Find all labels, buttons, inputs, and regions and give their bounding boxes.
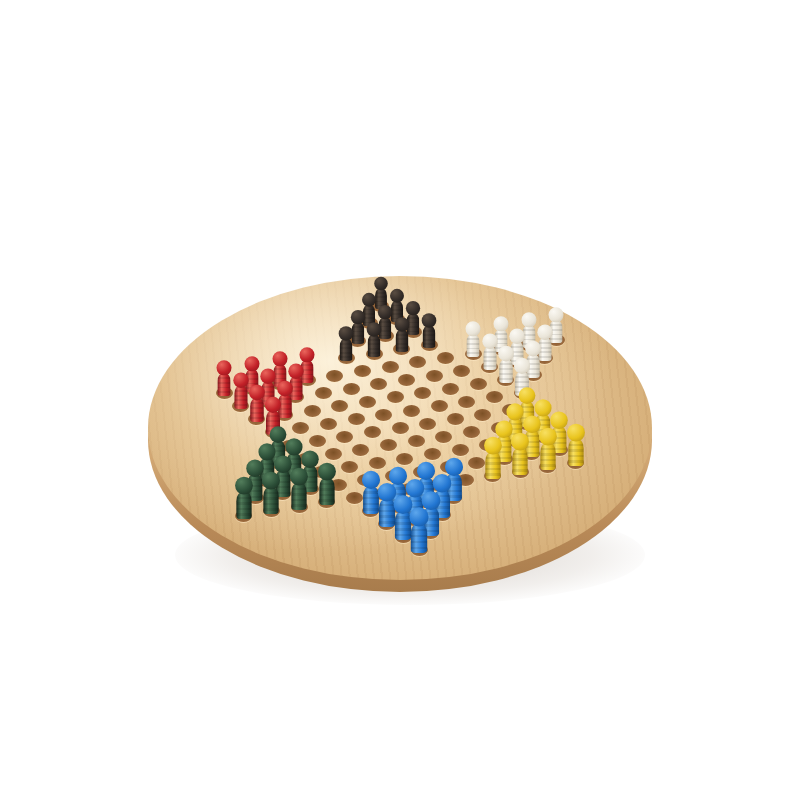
- board-hole[interactable]: [352, 444, 369, 456]
- peg-black[interactable]: [337, 326, 355, 361]
- board-hole[interactable]: [348, 413, 365, 425]
- peg-head: [217, 360, 232, 375]
- peg-head: [493, 317, 508, 332]
- peg-body: [234, 385, 247, 409]
- peg-yellow[interactable]: [509, 432, 531, 474]
- peg-head: [511, 432, 529, 450]
- peg-green[interactable]: [260, 472, 282, 514]
- peg-body: [485, 451, 501, 479]
- board-hole[interactable]: [409, 356, 426, 368]
- peg-body: [291, 482, 307, 510]
- board-hole[interactable]: [292, 422, 309, 434]
- peg-head: [300, 347, 315, 362]
- board-hole[interactable]: [392, 422, 409, 434]
- board-hole[interactable]: [380, 439, 397, 451]
- board-hole[interactable]: [309, 435, 326, 447]
- board-hole[interactable]: [326, 370, 343, 382]
- peg-head: [394, 317, 409, 332]
- board-hole[interactable]: [463, 426, 480, 438]
- peg-black[interactable]: [365, 322, 383, 357]
- board-hole[interactable]: [431, 400, 448, 412]
- peg-green[interactable]: [288, 467, 310, 509]
- peg-head: [406, 301, 420, 315]
- board-hole[interactable]: [343, 383, 360, 395]
- peg-head: [466, 321, 481, 336]
- product-photo: [0, 0, 800, 800]
- board-hole[interactable]: [486, 391, 503, 403]
- peg-body: [513, 447, 529, 475]
- peg-body: [568, 438, 584, 466]
- peg-head: [482, 333, 497, 348]
- peg-head: [422, 313, 437, 328]
- board-hole[interactable]: [398, 374, 415, 386]
- board-hole[interactable]: [382, 361, 399, 373]
- peg-body: [250, 398, 264, 423]
- board-hole[interactable]: [325, 448, 342, 460]
- peg-yellow[interactable]: [482, 437, 504, 479]
- peg-body: [395, 329, 408, 352]
- peg-head: [233, 373, 248, 388]
- peg-body: [368, 334, 381, 357]
- board-hole[interactable]: [387, 391, 404, 403]
- peg-head: [277, 381, 293, 397]
- board-hole[interactable]: [331, 400, 348, 412]
- peg-body: [218, 373, 231, 396]
- board-hole[interactable]: [435, 431, 452, 443]
- board-grid: [0, 0, 800, 800]
- board-hole[interactable]: [359, 396, 376, 408]
- peg-head: [484, 437, 502, 455]
- peg-head: [374, 276, 388, 290]
- peg-head: [567, 424, 585, 442]
- peg-body: [483, 346, 496, 370]
- board-hole[interactable]: [354, 365, 371, 377]
- board-hole[interactable]: [375, 409, 392, 421]
- peg-head: [526, 341, 542, 357]
- board-hole[interactable]: [396, 453, 413, 465]
- peg-blue[interactable]: [407, 508, 431, 554]
- peg-body: [319, 478, 335, 506]
- peg-head: [549, 308, 564, 323]
- peg-yellow[interactable]: [537, 428, 559, 470]
- peg-head: [261, 368, 276, 383]
- peg-head: [318, 463, 336, 481]
- board-hole[interactable]: [437, 352, 454, 364]
- peg-head: [235, 476, 253, 494]
- peg-head: [245, 356, 260, 371]
- board-hole[interactable]: [403, 405, 420, 417]
- peg-head: [410, 508, 429, 527]
- peg-head: [272, 352, 287, 367]
- board-hole[interactable]: [447, 413, 464, 425]
- peg-green[interactable]: [233, 476, 255, 518]
- board-hole[interactable]: [341, 461, 358, 473]
- board-hole[interactable]: [474, 409, 491, 421]
- peg-body: [423, 325, 436, 348]
- board-hole[interactable]: [315, 387, 332, 399]
- board-hole[interactable]: [408, 435, 425, 447]
- peg-head: [290, 467, 308, 485]
- peg-body: [411, 523, 428, 553]
- peg-body: [236, 491, 252, 519]
- peg-head: [362, 293, 376, 307]
- board-hole[interactable]: [336, 431, 353, 443]
- board-hole[interactable]: [442, 383, 459, 395]
- peg-yellow[interactable]: [564, 424, 586, 466]
- board-hole[interactable]: [470, 378, 487, 390]
- board-hole[interactable]: [364, 426, 381, 438]
- peg-head: [339, 326, 354, 341]
- board-hole[interactable]: [304, 405, 321, 417]
- peg-head: [521, 312, 536, 327]
- peg-green[interactable]: [316, 463, 338, 505]
- peg-head: [265, 397, 281, 413]
- peg-body: [467, 333, 480, 356]
- board-hole[interactable]: [453, 365, 470, 377]
- peg-black[interactable]: [393, 317, 411, 352]
- board-hole[interactable]: [419, 418, 436, 430]
- peg-body: [340, 338, 353, 361]
- board-hole[interactable]: [426, 370, 443, 382]
- peg-head: [514, 358, 530, 374]
- peg-head: [367, 322, 382, 337]
- board-hole[interactable]: [414, 387, 431, 399]
- board-hole[interactable]: [320, 418, 337, 430]
- board-hole[interactable]: [458, 396, 475, 408]
- peg-head: [263, 472, 281, 490]
- board-hole[interactable]: [424, 448, 441, 460]
- peg-black[interactable]: [420, 313, 438, 348]
- peg-body: [499, 358, 513, 383]
- peg-head: [390, 289, 404, 303]
- peg-head: [537, 324, 552, 339]
- board-hole[interactable]: [370, 378, 387, 390]
- peg-head: [351, 310, 365, 324]
- board-hole[interactable]: [452, 444, 469, 456]
- peg-body: [264, 486, 280, 514]
- peg-body: [540, 442, 556, 470]
- peg-head: [378, 305, 392, 319]
- peg-head: [539, 428, 557, 446]
- board-hole[interactable]: [369, 457, 386, 469]
- peg-head: [288, 364, 303, 379]
